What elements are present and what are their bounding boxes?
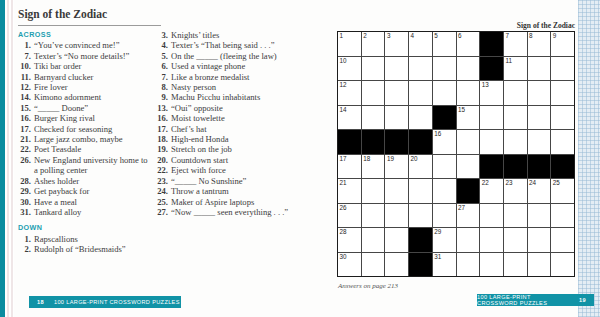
grid-cell-r5c6[interactable] (457, 130, 480, 154)
clue-number: 22. (18, 144, 34, 154)
clue-number: 14. (18, 92, 34, 102)
crossword-grid: 1234567891011121314151617181920212223242… (337, 31, 575, 277)
clue-number: 28. (18, 176, 34, 186)
clue-text: Texter’s “That being said . . .” (171, 40, 298, 50)
grid-cell-r8c7[interactable] (480, 204, 503, 228)
grid-cell-r8c2[interactable] (362, 204, 385, 228)
grid-cell-r1c2[interactable]: 2 (362, 32, 385, 56)
grid-cell-r5c8[interactable] (504, 130, 527, 154)
clue-text: Rapscallions (34, 234, 151, 244)
clue-down-9: 9.Machu Picchu inhabitants (155, 92, 298, 102)
cell-number: 12 (340, 81, 347, 89)
grid-cell-r2c2[interactable] (362, 57, 385, 81)
clue-number: 13. (155, 103, 171, 113)
grid-cell-r7c6 (457, 179, 480, 203)
clue-down-25: 25.Maker of Aspire laptops (155, 197, 298, 207)
grid-cell-r3c8[interactable] (504, 81, 527, 105)
clue-text: Poet Teasdale (34, 144, 151, 154)
grid-cell-r9c2[interactable] (362, 228, 385, 252)
grid-cell-r10c3[interactable] (385, 253, 408, 277)
grid-cell-r4c10[interactable] (551, 106, 574, 130)
clue-number: 1. (18, 40, 34, 50)
clue-text: On the _____ (fleeing the law) (171, 51, 298, 61)
grid-cell-r7c10[interactable]: 25 (551, 179, 574, 203)
clue-down-27: 27.“Now _____ seen everything . . .” (155, 207, 298, 217)
grid-cell-r4c5 (433, 106, 456, 130)
clue-text: Stretch on the job (171, 144, 298, 154)
clue-text: “Oui” opposite (171, 103, 298, 113)
grid-cell-r5c3 (385, 130, 408, 154)
clue-number: 26. (18, 155, 34, 176)
cell-number: 29 (434, 228, 441, 236)
clue-text: Like a bronze medalist (171, 72, 298, 82)
clue-number: 30. (18, 197, 34, 207)
grid-cell-r9c9[interactable] (528, 228, 551, 252)
grid-cell-r3c10[interactable] (551, 81, 574, 105)
clue-text: Rudolph of “Bridesmaids” (34, 244, 151, 254)
cell-number: 22 (482, 179, 489, 187)
grid-cell-r5c10[interactable] (551, 130, 574, 154)
grid-cell-r4c6[interactable]: 15 (457, 106, 480, 130)
grid-cell-r2c10[interactable] (551, 57, 574, 81)
cell-number: 7 (505, 32, 509, 40)
clue-number: 15. (18, 103, 34, 113)
grid-cell-r3c4[interactable] (409, 81, 432, 105)
down-header: DOWN (18, 223, 151, 233)
clue-number: 22. (155, 165, 171, 175)
clue-text: Burger King rival (34, 113, 151, 123)
cell-number: 24 (529, 179, 536, 187)
clue-text: New England university home to a polling… (34, 155, 151, 176)
grid-cell-r2c9[interactable] (528, 57, 551, 81)
grid-cell-r10c6[interactable] (457, 253, 480, 277)
grid-cell-r5c2 (362, 130, 385, 154)
grid-cell-r10c2[interactable] (362, 253, 385, 277)
clue-down-4: 4.Texter’s “That being said . . .” (155, 40, 298, 50)
grid-cell-r8c3[interactable] (385, 204, 408, 228)
cell-number: 27 (458, 204, 465, 212)
cell-number: 3 (387, 32, 391, 40)
clue-across-29: 29.Get payback for (18, 186, 151, 196)
grid-cell-r5c4 (409, 130, 432, 154)
grid-cell-r5c1 (338, 130, 361, 154)
grid-cell-r3c6[interactable] (457, 81, 480, 105)
clue-number: 20. (155, 155, 171, 165)
clue-text: Maker of Aspire laptops (171, 197, 298, 207)
answers-note: Answers on page 213 (338, 282, 398, 290)
clue-across-12: 12.Fire lover (18, 82, 151, 92)
page-number-left: 18 (37, 299, 44, 305)
clue-across-28: 28.Ashes holder (18, 176, 151, 186)
clue-across-22: 22.Poet Teasdale (18, 144, 151, 154)
grid-cell-r4c2[interactable] (362, 106, 385, 130)
clue-down-20: 20.Countdown start (155, 155, 298, 165)
grid-cell-r2c7 (480, 57, 503, 81)
clue-text: “_____ Doone” (34, 103, 151, 113)
clue-number: 18. (155, 134, 171, 144)
grid-cell-r3c7[interactable]: 13 (480, 81, 503, 105)
grid-cell-r3c9[interactable] (528, 81, 551, 105)
across-header: ACROSS (18, 30, 151, 40)
grid-cell-r10c8[interactable] (504, 253, 527, 277)
clue-number: 7. (155, 72, 171, 82)
cell-number: 31 (434, 253, 441, 261)
clue-number: 31. (18, 207, 34, 217)
cell-number: 14 (340, 106, 347, 114)
clue-text: Barnyard clucker (34, 72, 151, 82)
grid-cell-r10c4 (409, 253, 432, 277)
cell-number: 1 (340, 32, 344, 40)
clue-across-1: 1.“You’ve convinced me!” (18, 40, 151, 50)
clue-text: Tiki bar order (34, 61, 151, 71)
grid-cell-r8c1[interactable]: 26 (338, 204, 361, 228)
grid-cell-r10c10[interactable] (551, 253, 574, 277)
left-edge-pattern (5, 0, 14, 317)
clue-across-30: 30.Have a meal (18, 197, 151, 207)
grid-cell-r1c6[interactable]: 6 (457, 32, 480, 56)
clue-text: Have a meal (34, 197, 151, 207)
clue-text: Get payback for (34, 186, 151, 196)
grid-cell-r8c4[interactable] (409, 204, 432, 228)
clue-down-19: 19.Stretch on the job (155, 144, 298, 154)
grid-cell-r6c8 (504, 155, 527, 179)
grid-cell-r5c9[interactable] (528, 130, 551, 154)
clue-down-1: 1.Rapscallions (18, 234, 151, 244)
cell-number: 13 (482, 81, 489, 89)
grid-cell-r9c4 (409, 228, 432, 252)
clue-down-18: 18.High-end Honda (155, 134, 298, 144)
grid-cell-r3c2[interactable] (362, 81, 385, 105)
grid-cell-r8c9[interactable] (528, 204, 551, 228)
grid-cell-r5c7[interactable] (480, 130, 503, 154)
clue-number: 11. (18, 72, 34, 82)
clue-number: 3. (155, 30, 171, 40)
cell-number: 25 (553, 179, 560, 187)
clue-text: Used a vintage phone (171, 61, 298, 71)
cell-number: 16 (434, 130, 441, 138)
clue-number: 16. (18, 113, 34, 123)
grid-cell-r10c1[interactable]: 30 (338, 253, 361, 277)
cell-number: 17 (340, 155, 347, 163)
clue-across-15: 15.“_____ Doone” (18, 103, 151, 113)
clue-across-17: 17.Checked for seasoning (18, 124, 151, 134)
clue-number: 12. (18, 82, 34, 92)
clue-number: 23. (155, 176, 171, 186)
clue-down-6: 6.Used a vintage phone (155, 61, 298, 71)
clue-text: “_____ No Sunshine” (171, 176, 298, 186)
clue-text: Ashes holder (34, 176, 151, 186)
clue-number: 24. (155, 186, 171, 196)
grid-cell-r7c4[interactable] (409, 179, 432, 203)
clue-number: 19. (155, 144, 171, 154)
clue-number: 5. (155, 51, 171, 61)
clue-text: Machu Picchu inhabitants (171, 92, 298, 102)
clue-across-11: 11.Barnyard clucker (18, 72, 151, 82)
grid-cell-r2c5[interactable] (433, 57, 456, 81)
clue-down-17: 17.Chef’s hat (155, 124, 298, 134)
grid-cell-r6c9 (528, 155, 551, 179)
cell-number: 2 (363, 32, 367, 40)
clue-down-16: 16.Moist towelette (155, 113, 298, 123)
grid-cell-r9c1[interactable]: 28 (338, 228, 361, 252)
clue-number: 8. (155, 82, 171, 92)
clue-number: 6. (155, 61, 171, 71)
clue-down-23: 23.“_____ No Sunshine” (155, 176, 298, 186)
clue-text: Kimono adornment (34, 92, 151, 102)
grid-cell-r2c6[interactable] (457, 57, 480, 81)
cell-number: 8 (529, 32, 533, 40)
grid-cell-r6c2[interactable]: 18 (362, 155, 385, 179)
grid-cell-r7c9[interactable]: 24 (528, 179, 551, 203)
grid-cell-r1c10[interactable]: 9 (551, 32, 574, 56)
right-edge-pattern (578, 0, 600, 317)
grid-cell-r1c9[interactable]: 8 (528, 32, 551, 56)
clue-across-14: 14.Kimono adornment (18, 92, 151, 102)
cell-number: 5 (434, 32, 438, 40)
clue-across-31: 31.Tankard alloy (18, 207, 151, 217)
grid-cell-r7c5[interactable] (433, 179, 456, 203)
grid-cell-r10c7[interactable] (480, 253, 503, 277)
grid-cell-r9c5[interactable]: 29 (433, 228, 456, 252)
clue-text: High-end Honda (171, 134, 298, 144)
grid-cell-r4c1[interactable]: 14 (338, 106, 361, 130)
grid-cell-r2c1[interactable]: 10 (338, 57, 361, 81)
clue-across-10: 10.Tiki bar order (18, 61, 151, 71)
grid-cell-r7c1[interactable]: 21 (338, 179, 361, 203)
grid-cell-r6c1[interactable]: 17 (338, 155, 361, 179)
grid-cell-r2c8[interactable]: 11 (504, 57, 527, 81)
cell-number: 15 (458, 106, 465, 114)
clue-down-8: 8.Nasty person (155, 82, 298, 92)
grid-cell-r9c10[interactable] (551, 228, 574, 252)
clue-across-7: 7.Texter’s “No more details!” (18, 51, 151, 61)
clue-text: Throw a tantrum (171, 186, 298, 196)
grid-cell-r9c3[interactable] (385, 228, 408, 252)
footer-book-title-right: 100 LARGE-PRINT CROSSWORD PUZZLES (477, 294, 569, 306)
cell-number: 10 (340, 57, 347, 65)
clue-number: 17. (18, 124, 34, 134)
grid-cell-r6c5[interactable] (433, 155, 456, 179)
grid-cell-r3c5[interactable] (433, 81, 456, 105)
grid-cell-r9c8[interactable] (504, 228, 527, 252)
cell-number: 19 (387, 155, 394, 163)
cell-number: 26 (340, 204, 347, 212)
grid-cell-r4c9[interactable] (528, 106, 551, 130)
cell-number: 11 (505, 57, 512, 65)
cell-number: 20 (411, 155, 418, 163)
clue-text: Chef’s hat (171, 124, 298, 134)
clue-column-2: 3.Knights’ titles4.Texter’s “That being … (155, 30, 298, 217)
clue-number: 25. (155, 197, 171, 207)
grid-cell-r7c7[interactable]: 22 (480, 179, 503, 203)
clue-text: “You’ve convinced me!” (34, 40, 151, 50)
clue-down-13: 13.“Oui” opposite (155, 103, 298, 113)
clue-number: 29. (18, 186, 34, 196)
cell-number: 18 (363, 155, 370, 163)
grid-cell-r7c3[interactable] (385, 179, 408, 203)
page-number-right: 19 (579, 297, 586, 303)
clue-text: Texter’s “No more details!” (34, 51, 151, 61)
clue-column-1: ACROSS1.“You’ve convinced me!”7.Texter’s… (18, 30, 151, 255)
grid-cell-r2c4[interactable] (409, 57, 432, 81)
cell-number: 23 (505, 179, 512, 187)
clue-down-7: 7.Like a bronze medalist (155, 72, 298, 82)
clue-down-3: 3.Knights’ titles (155, 30, 298, 40)
grid-cell-r8c5[interactable] (433, 204, 456, 228)
clue-text: Tankard alloy (34, 207, 151, 217)
grid-cell-r8c10[interactable] (551, 204, 574, 228)
grid-cell-r9c7[interactable] (480, 228, 503, 252)
clue-text: Nasty person (171, 82, 298, 92)
clue-number: 4. (155, 40, 171, 50)
cell-number: 9 (553, 32, 557, 40)
grid-cell-r4c3[interactable] (385, 106, 408, 130)
grid-cell-r6c3[interactable]: 19 (385, 155, 408, 179)
clue-down-22: 22.Eject with force (155, 165, 298, 175)
grid-cell-r8c8[interactable] (504, 204, 527, 228)
cell-number: 6 (458, 32, 462, 40)
grid-cell-r7c2[interactable] (362, 179, 385, 203)
grid-cell-r4c8[interactable] (504, 106, 527, 130)
clue-across-21: 21.Large jazz combo, maybe (18, 134, 151, 144)
grid-cell-r3c1[interactable]: 12 (338, 81, 361, 105)
clue-text: Knights’ titles (171, 30, 298, 40)
cell-number: 28 (340, 228, 347, 236)
clue-text: Countdown start (171, 155, 298, 165)
clue-number: 9. (155, 92, 171, 102)
clue-text: Moist towelette (171, 113, 298, 123)
cell-number: 21 (340, 179, 347, 187)
clue-number: 21. (18, 134, 34, 144)
clue-number: 7. (18, 51, 34, 61)
clue-number: 2. (18, 244, 34, 254)
clue-number: 17. (155, 124, 171, 134)
clue-text: Eject with force (171, 165, 298, 175)
puzzle-title: Sign of the Zodiac (18, 8, 161, 26)
clue-text: Checked for seasoning (34, 124, 151, 134)
cell-number: 4 (411, 32, 415, 40)
clue-down-2: 2.Rudolph of “Bridesmaids” (18, 244, 151, 254)
cell-number: 30 (340, 253, 347, 261)
grid-cell-r8c6[interactable]: 27 (457, 204, 480, 228)
grid-cell-r3c3[interactable] (385, 81, 408, 105)
grid-cell-r4c4[interactable] (409, 106, 432, 130)
grid-cell-r1c8[interactable]: 7 (504, 32, 527, 56)
grid-cell-r1c7 (480, 32, 503, 56)
clue-across-16: 16.Burger King rival (18, 113, 151, 123)
clue-number: 10. (18, 61, 34, 71)
grid-page-title: Sign of the Zodiac (337, 21, 575, 30)
clue-down-5: 5.On the _____ (fleeing the law) (155, 51, 298, 61)
grid-cell-r4c7[interactable] (480, 106, 503, 130)
footer-bar-right: 100 LARGE-PRINT CROSSWORD PUZZLES 19 (477, 294, 594, 306)
grid-cell-r1c3[interactable]: 3 (385, 32, 408, 56)
clue-number: 16. (155, 113, 171, 123)
grid-cell-r9c6[interactable] (457, 228, 480, 252)
grid-cell-r10c5[interactable]: 31 (433, 253, 456, 277)
clue-down-24: 24.Throw a tantrum (155, 186, 298, 196)
footer-bar-left: 18 100 LARGE-PRINT CROSSWORD PUZZLES (29, 296, 181, 308)
grid-cell-r1c1[interactable]: 1 (338, 32, 361, 56)
grid-cell-r10c9[interactable] (528, 253, 551, 277)
clue-text: “Now _____ seen everything . . .” (171, 207, 298, 217)
clue-number: 1. (18, 234, 34, 244)
footer-book-title-left: 100 LARGE-PRINT CROSSWORD PUZZLES (54, 299, 180, 305)
grid-cell-r2c3[interactable] (385, 57, 408, 81)
clue-text: Large jazz combo, maybe (34, 134, 151, 144)
grid-cell-r7c8[interactable]: 23 (504, 179, 527, 203)
grid-cell-r5c5[interactable]: 16 (433, 130, 456, 154)
grid-cell-r6c10 (551, 155, 574, 179)
grid-cell-r1c5[interactable]: 5 (433, 32, 456, 56)
grid-cell-r6c6[interactable] (457, 155, 480, 179)
grid-cell-r6c4[interactable]: 20 (409, 155, 432, 179)
grid-cell-r1c4[interactable]: 4 (409, 32, 432, 56)
grid-cell-r6c7 (480, 155, 503, 179)
clue-number: 27. (155, 207, 171, 217)
clue-text: Fire lover (34, 82, 151, 92)
clue-across-26: 26.New England university home to a poll… (18, 155, 151, 176)
